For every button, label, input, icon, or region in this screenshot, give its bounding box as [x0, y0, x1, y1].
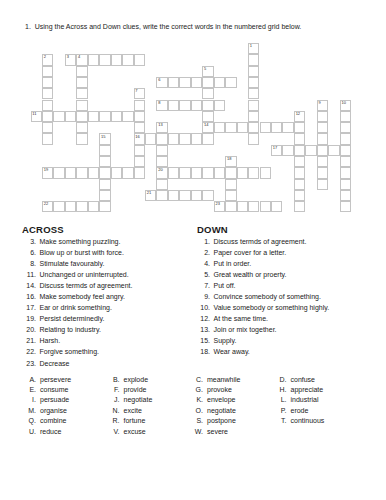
- grid-cell-r14c2[interactable]: [53, 201, 64, 212]
- word-bank-word: negotiate: [124, 395, 153, 405]
- grid-cell-r8c12[interactable]: [168, 133, 179, 144]
- grid-cell-r5c27[interactable]: 10: [340, 100, 351, 111]
- grid-cell-r8c19[interactable]: [248, 133, 259, 144]
- grid-cell-r7c16[interactable]: [214, 122, 225, 133]
- grid-cell-r13c15[interactable]: [202, 190, 213, 201]
- cell-number: 18: [227, 157, 231, 161]
- grid-cell-r9c9[interactable]: [134, 145, 145, 156]
- grid-cell-r13c17[interactable]: [225, 190, 236, 201]
- cell-number: 11: [32, 112, 36, 116]
- word-bank-letter: S.: [190, 416, 203, 426]
- word-bank-word: postpone: [207, 416, 236, 426]
- word-bank-word: excite: [124, 406, 142, 416]
- grid-cell-r11c18[interactable]: [237, 167, 248, 178]
- grid-cell-r14c6[interactable]: [99, 201, 110, 212]
- cell-number: 7: [135, 89, 137, 93]
- clue-number: 2.: [197, 247, 210, 258]
- grid-cell-r13c10[interactable]: 21: [145, 190, 156, 201]
- grid-cell-r13c13[interactable]: [179, 190, 190, 201]
- grid-cell-r9c27[interactable]: [340, 145, 351, 156]
- word-bank-word: meanwhile: [207, 375, 240, 385]
- grid-cell-r1c9[interactable]: [134, 54, 145, 65]
- cell-number: 1: [250, 44, 252, 48]
- cell-number: 3: [67, 55, 69, 59]
- word-bank-word: provide: [124, 385, 147, 395]
- down-clue-list: 1.Discuss termds of agreement.2.Paper co…: [197, 236, 329, 358]
- grid-cell-r14c27[interactable]: [340, 201, 351, 212]
- word-bank-letter: V.: [107, 427, 120, 437]
- clue-text: Convince somebody of something.: [214, 291, 321, 302]
- word-bank-letter: H.: [274, 385, 287, 395]
- word-bank-entry-D: D.confuse: [274, 375, 358, 385]
- grid-cell-r9c22[interactable]: [282, 145, 293, 156]
- grid-cell-r6c5[interactable]: [88, 111, 99, 122]
- grid-cell-r14c5[interactable]: [88, 201, 99, 212]
- grid-cell-r6c4[interactable]: [76, 111, 87, 122]
- clue-number: 9.: [197, 291, 210, 302]
- grid-cell-r14c16[interactable]: 23: [214, 201, 225, 212]
- grid-cell-r11c5[interactable]: [88, 167, 99, 178]
- clue-number: 13.: [197, 324, 210, 335]
- grid-cell-r7c11[interactable]: 13: [156, 122, 167, 133]
- grid-cell-r11c12[interactable]: [168, 167, 179, 178]
- word-bank-entry-C: C.meanwhile: [190, 375, 274, 385]
- word-bank-letter: Q.: [23, 416, 36, 426]
- word-bank-entry-A: A.persevere: [23, 375, 107, 385]
- word-bank-letter: C.: [190, 375, 203, 385]
- grid-cell-r11c11[interactable]: 20: [156, 167, 167, 178]
- cell-number: 23: [215, 202, 219, 206]
- grid-cell-r11c25[interactable]: [317, 167, 328, 178]
- grid-cell-r2c19[interactable]: [248, 66, 259, 77]
- down-clue-13: 13.Join or mix together.: [197, 324, 329, 335]
- grid-cell-r6c9[interactable]: [134, 111, 145, 122]
- grid-cell-r9c24[interactable]: [305, 145, 316, 156]
- grid-cell-r5c12[interactable]: [168, 100, 179, 111]
- clue-text: Supply.: [214, 335, 237, 346]
- grid-cell-r8c25[interactable]: [317, 133, 328, 144]
- grid-cell-r13c14[interactable]: [191, 190, 202, 201]
- clue-text: Relating to industry.: [40, 324, 101, 335]
- word-bank-entry-G: G.provoke: [190, 385, 274, 395]
- grid-cell-r11c2[interactable]: [53, 167, 64, 178]
- grid-cell-r11c17[interactable]: [225, 167, 236, 178]
- word-bank-word: combine: [40, 416, 66, 426]
- grid-cell-r12c11[interactable]: [156, 179, 167, 190]
- instruction-title: 1. Using the Across and Down clues, writ…: [25, 23, 301, 30]
- clue-text: Put in order.: [214, 258, 252, 269]
- grid-cell-r6c1[interactable]: [42, 111, 53, 122]
- grid-cell-r6c2[interactable]: [53, 111, 64, 122]
- grid-cell-r3c17[interactable]: [225, 77, 236, 88]
- worksheet-page: { "game": "crossword", "position": [ "..…: [0, 0, 386, 500]
- grid-cell-r3c13[interactable]: [179, 77, 190, 88]
- cell-number: 13: [158, 123, 162, 127]
- clue-text: Paper cover for a letter.: [214, 247, 287, 258]
- grid-cell-r7c20[interactable]: [260, 122, 271, 133]
- cell-number: 20: [158, 168, 162, 172]
- grid-cell-r13c6[interactable]: [99, 190, 110, 201]
- word-bank-entry-W: W.severe: [190, 427, 274, 437]
- down-heading: DOWN: [197, 225, 228, 235]
- word-bank-letter: G.: [190, 385, 203, 395]
- down-clue-18: 18.Wear away.: [197, 346, 329, 357]
- grid-cell-r8c15[interactable]: [202, 133, 213, 144]
- grid-cell-r1c19[interactable]: [248, 54, 259, 65]
- cell-number: 10: [341, 101, 345, 105]
- clue-text: Put off.: [214, 280, 236, 291]
- clue-number: 23.: [22, 358, 36, 369]
- clue-text: Unchanged or uninterrupted.: [40, 269, 129, 280]
- grid-cell-r9c26[interactable]: [328, 145, 339, 156]
- across-heading: ACROSS: [22, 225, 64, 235]
- grid-cell-r14c20[interactable]: [260, 201, 271, 212]
- word-bank-letter: D.: [274, 375, 287, 385]
- word-bank-letter: L.: [274, 395, 287, 405]
- grid-cell-r7c23[interactable]: [294, 122, 305, 133]
- word-bank-word: provoke: [207, 385, 232, 395]
- clue-number: 3.: [22, 236, 36, 247]
- clue-number: 18.: [197, 346, 210, 357]
- grid-cell-r7c4[interactable]: [76, 122, 87, 133]
- grid-cell-r3c1[interactable]: [42, 77, 53, 88]
- grid-cell-r6c23[interactable]: 12: [294, 111, 305, 122]
- cell-number: 17: [273, 146, 277, 150]
- grid-cell-r8c11[interactable]: [156, 133, 167, 144]
- grid-cell-r14c3[interactable]: [65, 201, 76, 212]
- grid-cell-r11c7[interactable]: [111, 167, 122, 178]
- grid-cell-r12c6[interactable]: [99, 179, 110, 190]
- grid-cell-r8c1[interactable]: [42, 133, 53, 144]
- grid-cell-r1c1[interactable]: 2: [42, 54, 53, 65]
- word-bank-entry-Q: Q.combine: [23, 416, 107, 426]
- word-bank-entry-K: K.envelope: [190, 395, 274, 405]
- grid-cell-r4c1[interactable]: [42, 88, 53, 99]
- clue-number: 16.: [22, 291, 36, 302]
- grid-cell-r8c23[interactable]: [294, 133, 305, 144]
- cell-number: 6: [158, 78, 160, 82]
- word-bank-letter: A.: [23, 375, 36, 385]
- word-bank-entry-E: E.consume: [23, 385, 107, 395]
- word-bank-entry-P: P.erode: [274, 406, 358, 416]
- grid-cell-r5c1[interactable]: [42, 100, 53, 111]
- across-clue-22: 22.Forgive something.: [22, 346, 132, 357]
- grid-cell-r11c19[interactable]: [248, 167, 259, 178]
- down-clue-7: 7.Put off.: [197, 280, 329, 291]
- grid-cell-r11c4[interactable]: [76, 167, 87, 178]
- word-bank-letter: P.: [274, 406, 287, 416]
- word-bank: A.persevereB.explodeC.meanwhileD.confuse…: [23, 375, 357, 438]
- grid-cell-r14c1[interactable]: 22: [42, 201, 53, 212]
- down-clue-12: 12.At the same time.: [197, 313, 329, 324]
- word-bank-entry-N: N.excite: [107, 406, 191, 416]
- word-bank-letter: J.: [107, 395, 120, 405]
- grid-cell-r1c7[interactable]: [111, 54, 122, 65]
- grid-cell-r5c25[interactable]: 9: [317, 100, 328, 111]
- grid-cell-r1c8[interactable]: [122, 54, 133, 65]
- word-bank-letter: I.: [23, 395, 36, 405]
- clue-text: Blow up or burst with force.: [40, 247, 124, 258]
- cell-number: 19: [44, 168, 48, 172]
- clue-text: Join or mix together.: [214, 324, 277, 335]
- clue-number: 7.: [197, 280, 210, 291]
- grid-cell-r11c23[interactable]: [294, 167, 305, 178]
- clue-text: Wear away.: [214, 346, 250, 357]
- grid-cell-r2c15[interactable]: 5: [202, 66, 213, 77]
- grid-cell-r14c4[interactable]: [76, 201, 87, 212]
- grid-cell-r7c15[interactable]: 14: [202, 122, 213, 133]
- cell-number: 21: [147, 191, 151, 195]
- word-bank-letter: E.: [23, 385, 36, 395]
- cell-number: 12: [296, 112, 300, 116]
- clue-text: Harsh.: [40, 335, 61, 346]
- word-bank-letter: T.: [274, 416, 287, 426]
- down-clue-9: 9.Convince somebody of something.: [197, 291, 329, 302]
- grid-cell-r14c21[interactable]: [271, 201, 282, 212]
- word-bank-entry-S: S.postpone: [190, 416, 274, 426]
- grid-cell-r9c21[interactable]: 17: [271, 145, 282, 156]
- grid-cell-r12c23[interactable]: [294, 179, 305, 190]
- grid-cell-r11c20[interactable]: [260, 167, 271, 178]
- clue-number: 8.: [22, 258, 36, 269]
- down-clue-1: 1.Discuss termds of agreement.: [197, 236, 329, 247]
- clue-number: 17.: [22, 302, 36, 313]
- cell-number: 14: [204, 123, 208, 127]
- grid-cell-r6c3[interactable]: [65, 111, 76, 122]
- grid-cell-r8c14[interactable]: [191, 133, 202, 144]
- grid-cell-r3c16[interactable]: [214, 77, 225, 88]
- clue-text: Discuss termds of agreement.: [214, 236, 307, 247]
- grid-cell-r5c4[interactable]: [76, 100, 87, 111]
- clue-number: 22.: [22, 346, 36, 357]
- grid-cell-r9c6[interactable]: [99, 145, 110, 156]
- grid-cell-r8c9[interactable]: 16: [134, 133, 145, 144]
- cell-number: 5: [204, 67, 206, 71]
- grid-cell-r3c14[interactable]: [191, 77, 202, 88]
- grid-cell-r6c6[interactable]: [99, 111, 110, 122]
- down-clue-5: 5.Great wealth or proerty.: [197, 269, 329, 280]
- grid-cell-r10c9[interactable]: [134, 156, 145, 167]
- grid-cell-r7c1[interactable]: [42, 122, 53, 133]
- grid-cell-r10c11[interactable]: [156, 156, 167, 167]
- grid-cell-r6c19[interactable]: [248, 111, 259, 122]
- grid-cell-r7c19[interactable]: [248, 122, 259, 133]
- grid-cell-r8c27[interactable]: [340, 133, 351, 144]
- clue-number: 4.: [197, 258, 210, 269]
- grid-cell-r14c18[interactable]: [237, 201, 248, 212]
- grid-cell-r11c16[interactable]: [214, 167, 225, 178]
- cell-number: 15: [101, 135, 105, 139]
- word-bank-entry-B: B.explode: [107, 375, 191, 385]
- word-bank-entry-J: J.negotiate: [107, 395, 191, 405]
- grid-cell-r10c25[interactable]: [317, 156, 328, 167]
- across-clue-21: 21.Harsh.: [22, 335, 132, 346]
- grid-cell-r6c0[interactable]: 11: [31, 111, 42, 122]
- across-clue-17: 17.Ear or drink something.: [22, 302, 132, 313]
- grid-cell-r3c11[interactable]: 6: [156, 77, 167, 88]
- clue-text: Value somebody or something highly.: [214, 302, 330, 313]
- grid-cell-r14c19[interactable]: [248, 201, 259, 212]
- grid-cell-r7c27[interactable]: [340, 122, 351, 133]
- grid-cell-r12c25[interactable]: [317, 179, 328, 190]
- grid-cell-r9c23[interactable]: [294, 145, 305, 156]
- word-bank-word: envelope: [207, 395, 235, 405]
- clue-text: Discuss termds of agreement.: [40, 280, 133, 291]
- clue-number: 5.: [197, 269, 210, 280]
- across-clue-16: 16.Make somebody feel angry.: [22, 291, 132, 302]
- grid-cell-r1c4[interactable]: 4: [76, 54, 87, 65]
- grid-cell-r8c6[interactable]: 15: [99, 133, 110, 144]
- word-bank-letter: K.: [190, 395, 203, 405]
- grid-cell-r14c17[interactable]: [225, 201, 236, 212]
- word-bank-word: negotiate: [207, 406, 236, 416]
- across-clue-20: 20.Relating to industry.: [22, 324, 132, 335]
- clue-text: Decrease: [40, 358, 70, 369]
- grid-cell-r13c11[interactable]: [156, 190, 167, 201]
- grid-cell-r12c17[interactable]: [225, 179, 236, 190]
- cell-number: 8: [158, 101, 160, 105]
- grid-cell-r6c15[interactable]: [202, 111, 213, 122]
- word-bank-letter: U.: [23, 427, 36, 437]
- grid-cell-r6c7[interactable]: [111, 111, 122, 122]
- grid-cell-r11c6[interactable]: [99, 167, 110, 178]
- cell-number: 9: [319, 101, 321, 105]
- clue-text: Ear or drink something.: [40, 302, 112, 313]
- grid-cell-r3c15[interactable]: [202, 77, 213, 88]
- grid-cell-r4c9[interactable]: 7: [134, 88, 145, 99]
- grid-cell-r8c4[interactable]: [76, 133, 87, 144]
- word-bank-word: fortune: [124, 416, 146, 426]
- across-clue-23: 23.Decrease: [22, 358, 132, 369]
- grid-cell-r5c14[interactable]: [191, 100, 202, 111]
- grid-cell-r7c25[interactable]: [317, 122, 328, 133]
- grid-cell-r3c19[interactable]: [248, 77, 259, 88]
- cell-number: 4: [78, 55, 80, 59]
- word-bank-letter: F.: [107, 385, 120, 395]
- word-bank-entry-U: U.reduce: [23, 427, 107, 437]
- across-clue-19: 19.Persist determinedly.: [22, 313, 132, 324]
- grid-cell-r10c23[interactable]: [294, 156, 305, 167]
- grid-cell-r0c19[interactable]: 1: [248, 43, 259, 54]
- word-bank-word: erode: [291, 406, 309, 416]
- grid-cell-r10c27[interactable]: [340, 156, 351, 167]
- across-clue-3: 3.Make something puzzling.: [22, 236, 132, 247]
- grid-cell-r6c25[interactable]: [317, 111, 328, 122]
- grid-cell-r12c27[interactable]: [340, 179, 351, 190]
- grid-cell-r8c13[interactable]: [179, 133, 190, 144]
- word-bank-letter: W.: [190, 427, 203, 437]
- grid-cell-r1c3[interactable]: 3: [65, 54, 76, 65]
- grid-cell-r6c27[interactable]: [340, 111, 351, 122]
- down-clue-2: 2.Paper cover for a letter.: [197, 247, 329, 258]
- clue-number: 11.: [22, 269, 36, 280]
- grid-cell-r13c23[interactable]: [294, 190, 305, 201]
- across-clue-8: 8.Stimulate favourably.: [22, 258, 132, 269]
- grid-cell-r7c18[interactable]: [237, 122, 248, 133]
- across-clue-list: 3.Make something puzzling.6.Blow up or b…: [22, 236, 132, 369]
- word-bank-letter: B.: [107, 375, 120, 385]
- grid-cell-r11c1[interactable]: 19: [42, 167, 53, 178]
- grid-cell-r4c15[interactable]: [202, 88, 213, 99]
- grid-cell-r2c4[interactable]: [76, 66, 87, 77]
- clue-number: 12.: [197, 313, 210, 324]
- grid-cell-r11c14[interactable]: [191, 167, 202, 178]
- word-bank-letter: O.: [190, 406, 203, 416]
- grid-cell-r6c8[interactable]: [122, 111, 133, 122]
- grid-cell-r5c9[interactable]: [134, 100, 145, 111]
- grid-cell-r9c25[interactable]: [317, 145, 328, 156]
- grid-cell-r4c19[interactable]: [248, 88, 259, 99]
- word-bank-word: excuse: [124, 427, 146, 437]
- word-bank-word: severe: [207, 427, 228, 437]
- across-clue-11: 11.Unchanged or uninterrupted.: [22, 269, 132, 280]
- grid-cell-r11c15[interactable]: [202, 167, 213, 178]
- grid-cell-r11c3[interactable]: [65, 167, 76, 178]
- word-bank-letter: R.: [107, 416, 120, 426]
- clue-number: 14.: [22, 280, 36, 291]
- clue-text: Persist determinedly.: [40, 313, 105, 324]
- clue-text: Make somebody feel angry.: [40, 291, 125, 302]
- grid-cell-r13c27[interactable]: [340, 190, 351, 201]
- clue-number: 19.: [22, 313, 36, 324]
- clue-number: 20.: [22, 324, 36, 335]
- down-clue-4: 4.Put in order.: [197, 258, 329, 269]
- grid-cell-r11c27[interactable]: [340, 167, 351, 178]
- grid-cell-r11c13[interactable]: [179, 167, 190, 178]
- grid-cell-r5c13[interactable]: [179, 100, 190, 111]
- grid-cell-r14c23[interactable]: [294, 201, 305, 212]
- grid-cell-r8c10[interactable]: [145, 133, 156, 144]
- grid-cell-r10c6[interactable]: [99, 156, 110, 167]
- word-bank-word: organise: [40, 406, 67, 416]
- grid-cell-r11c9[interactable]: [134, 167, 145, 178]
- clue-number: 10.: [197, 302, 210, 313]
- word-bank-word: persuade: [40, 395, 69, 405]
- grid-cell-r7c17[interactable]: [225, 122, 236, 133]
- grid-cell-r4c4[interactable]: [76, 88, 87, 99]
- grid-cell-r1c6[interactable]: [99, 54, 110, 65]
- grid-cell-r3c4[interactable]: [76, 77, 87, 88]
- clue-number: 1.: [197, 236, 210, 247]
- grid-cell-r3c12[interactable]: [168, 77, 179, 88]
- grid-cell-r9c11[interactable]: [156, 145, 167, 156]
- grid-cell-r11c8[interactable]: [122, 167, 133, 178]
- word-bank-entry-R: R.fortune: [107, 416, 191, 426]
- word-bank-entry-T: T.continuous: [274, 416, 358, 426]
- grid-cell-r5c16[interactable]: [214, 100, 225, 111]
- word-bank-word: persevere: [40, 375, 71, 385]
- grid-cell-r7c9[interactable]: [134, 122, 145, 133]
- word-bank-word: confuse: [291, 375, 316, 385]
- clue-text: Great wealth or proerty.: [214, 269, 287, 280]
- down-clue-10: 10.Value somebody or something highly.: [197, 302, 329, 313]
- grid-cell-r7c21[interactable]: [271, 122, 282, 133]
- grid-cell-r5c19[interactable]: [248, 100, 259, 111]
- clue-text: Forgive something.: [40, 346, 100, 357]
- grid-cell-r13c12[interactable]: [168, 190, 179, 201]
- grid-cell-r7c22[interactable]: [282, 122, 293, 133]
- grid-cell-r5c11[interactable]: 8: [156, 100, 167, 111]
- word-bank-word: consume: [40, 385, 68, 395]
- word-bank-entry-O: O.negotiate: [190, 406, 274, 416]
- clue-text: Stimulate favourably.: [40, 258, 105, 269]
- grid-cell-r1c5[interactable]: [88, 54, 99, 65]
- word-bank-word: explode: [124, 375, 149, 385]
- grid-cell-r10c17[interactable]: 18: [225, 156, 236, 167]
- word-bank-word: industrial: [291, 395, 319, 405]
- grid-cell-r5c15[interactable]: [202, 100, 213, 111]
- grid-cell-r2c1[interactable]: [42, 66, 53, 77]
